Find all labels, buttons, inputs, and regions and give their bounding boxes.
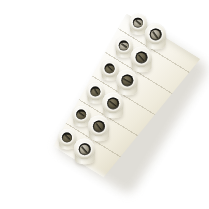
- terminal-hole: [135, 51, 147, 63]
- screw-slot: [120, 44, 127, 50]
- screw-slot: [106, 66, 113, 73]
- terminal-block: [47, 13, 209, 195]
- screw-slot: [95, 122, 102, 130]
- product-photo: [0, 0, 209, 209]
- barrel-collar: [130, 46, 151, 67]
- terminal-barrel-pole2-front: [130, 46, 151, 67]
- terminal-hole: [106, 97, 118, 109]
- screw-head: [105, 66, 113, 74]
- screw-slot: [78, 113, 85, 119]
- terminal-barrel-pole4-front: [102, 92, 123, 113]
- terminal-hole: [76, 110, 86, 120]
- terminal-hole: [104, 64, 114, 74]
- terminal-hole: [90, 87, 100, 97]
- terminal-hole: [92, 120, 104, 132]
- screw-head: [79, 145, 89, 154]
- screw-slot: [93, 89, 98, 96]
- screw-slot: [134, 21, 141, 27]
- screw-slot: [137, 53, 144, 61]
- screw-head: [93, 122, 103, 131]
- screw-slot: [80, 145, 87, 153]
- screw-slot: [122, 77, 130, 83]
- terminal-barrel-pole3-front: [116, 69, 137, 90]
- screw-head: [107, 99, 117, 108]
- barrel-collar: [73, 138, 94, 159]
- screw-head: [136, 53, 146, 62]
- screw-slot: [64, 135, 71, 142]
- terminal-barrel-pole1-front: [144, 23, 165, 44]
- terminal-barrel-pole6-front: [73, 138, 94, 159]
- terminal-barrel-pole5-front: [88, 115, 109, 136]
- screw-head: [77, 112, 85, 120]
- terminal-hole: [149, 28, 161, 40]
- screw-head: [134, 20, 142, 28]
- screw-head: [63, 135, 71, 143]
- terminal-hole: [133, 18, 143, 28]
- screw-head: [150, 30, 160, 39]
- screw-head: [91, 89, 99, 97]
- terminal-hole: [118, 41, 128, 51]
- barrel-collar: [116, 69, 137, 90]
- screw-slot: [108, 100, 116, 107]
- barrel-collar: [88, 115, 109, 136]
- barrel-collar: [144, 23, 165, 44]
- screw-head: [119, 43, 127, 51]
- terminal-hole: [62, 133, 72, 143]
- terminal-hole: [120, 74, 132, 86]
- terminal-hole: [78, 143, 90, 155]
- barrel-collar: [102, 92, 123, 113]
- screw-head: [122, 76, 132, 85]
- screw-slot: [152, 30, 159, 38]
